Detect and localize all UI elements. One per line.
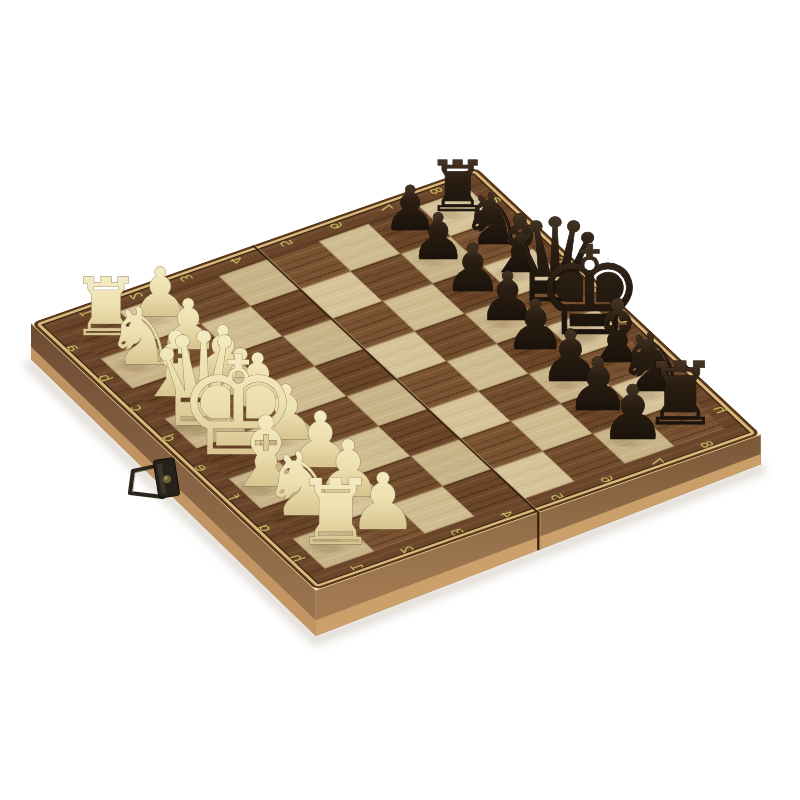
product-photo: aa11bb22cc33dd44ee55ff66gg77hh88 ♜♟♞♟♝♟♛… [0, 0, 800, 800]
